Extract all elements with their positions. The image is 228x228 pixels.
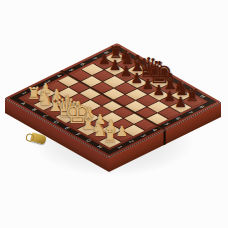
rank-label-4-east: 4 [151, 128, 158, 132]
rank-label-8-east: 8 [198, 105, 205, 109]
rank-label-3-east: 3 [140, 134, 147, 138]
rank-label-5-east: 5 [163, 122, 170, 126]
rank-label-1-east: 1 [116, 145, 123, 149]
rank-label-7-east: 7 [186, 111, 193, 115]
chess-set-photo: AABBCCDDEEFFGGHH1122334455667788 ♜♞♝♛♚♝♞… [0, 0, 228, 228]
rank-label-2-east: 2 [128, 140, 135, 144]
rank-label-6-east: 6 [175, 117, 182, 121]
fold-seam-edge [163, 130, 165, 145]
